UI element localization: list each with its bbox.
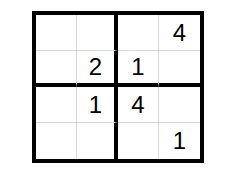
sudoku-board: 4 2 1 1 4 1	[32, 11, 204, 163]
cell-r3c2[interactable]: 1	[77, 87, 118, 123]
cell-r3c4[interactable]	[159, 87, 200, 123]
cell-r3c1[interactable]	[36, 87, 77, 123]
cell-r1c1[interactable]	[36, 15, 77, 51]
cell-r2c2[interactable]: 2	[77, 51, 118, 87]
cell-r4c3[interactable]	[118, 123, 159, 159]
cell-r4c4[interactable]: 1	[159, 123, 200, 159]
cell-r1c2[interactable]	[77, 15, 118, 51]
cell-r4c1[interactable]	[36, 123, 77, 159]
cell-r1c3[interactable]	[118, 15, 159, 51]
cell-r4c2[interactable]	[77, 123, 118, 159]
cell-r1c4[interactable]: 4	[159, 15, 200, 51]
cell-r3c3[interactable]: 4	[118, 87, 159, 123]
cell-r2c3[interactable]: 1	[118, 51, 159, 87]
cell-r2c4[interactable]	[159, 51, 200, 87]
cell-r2c1[interactable]	[36, 51, 77, 87]
